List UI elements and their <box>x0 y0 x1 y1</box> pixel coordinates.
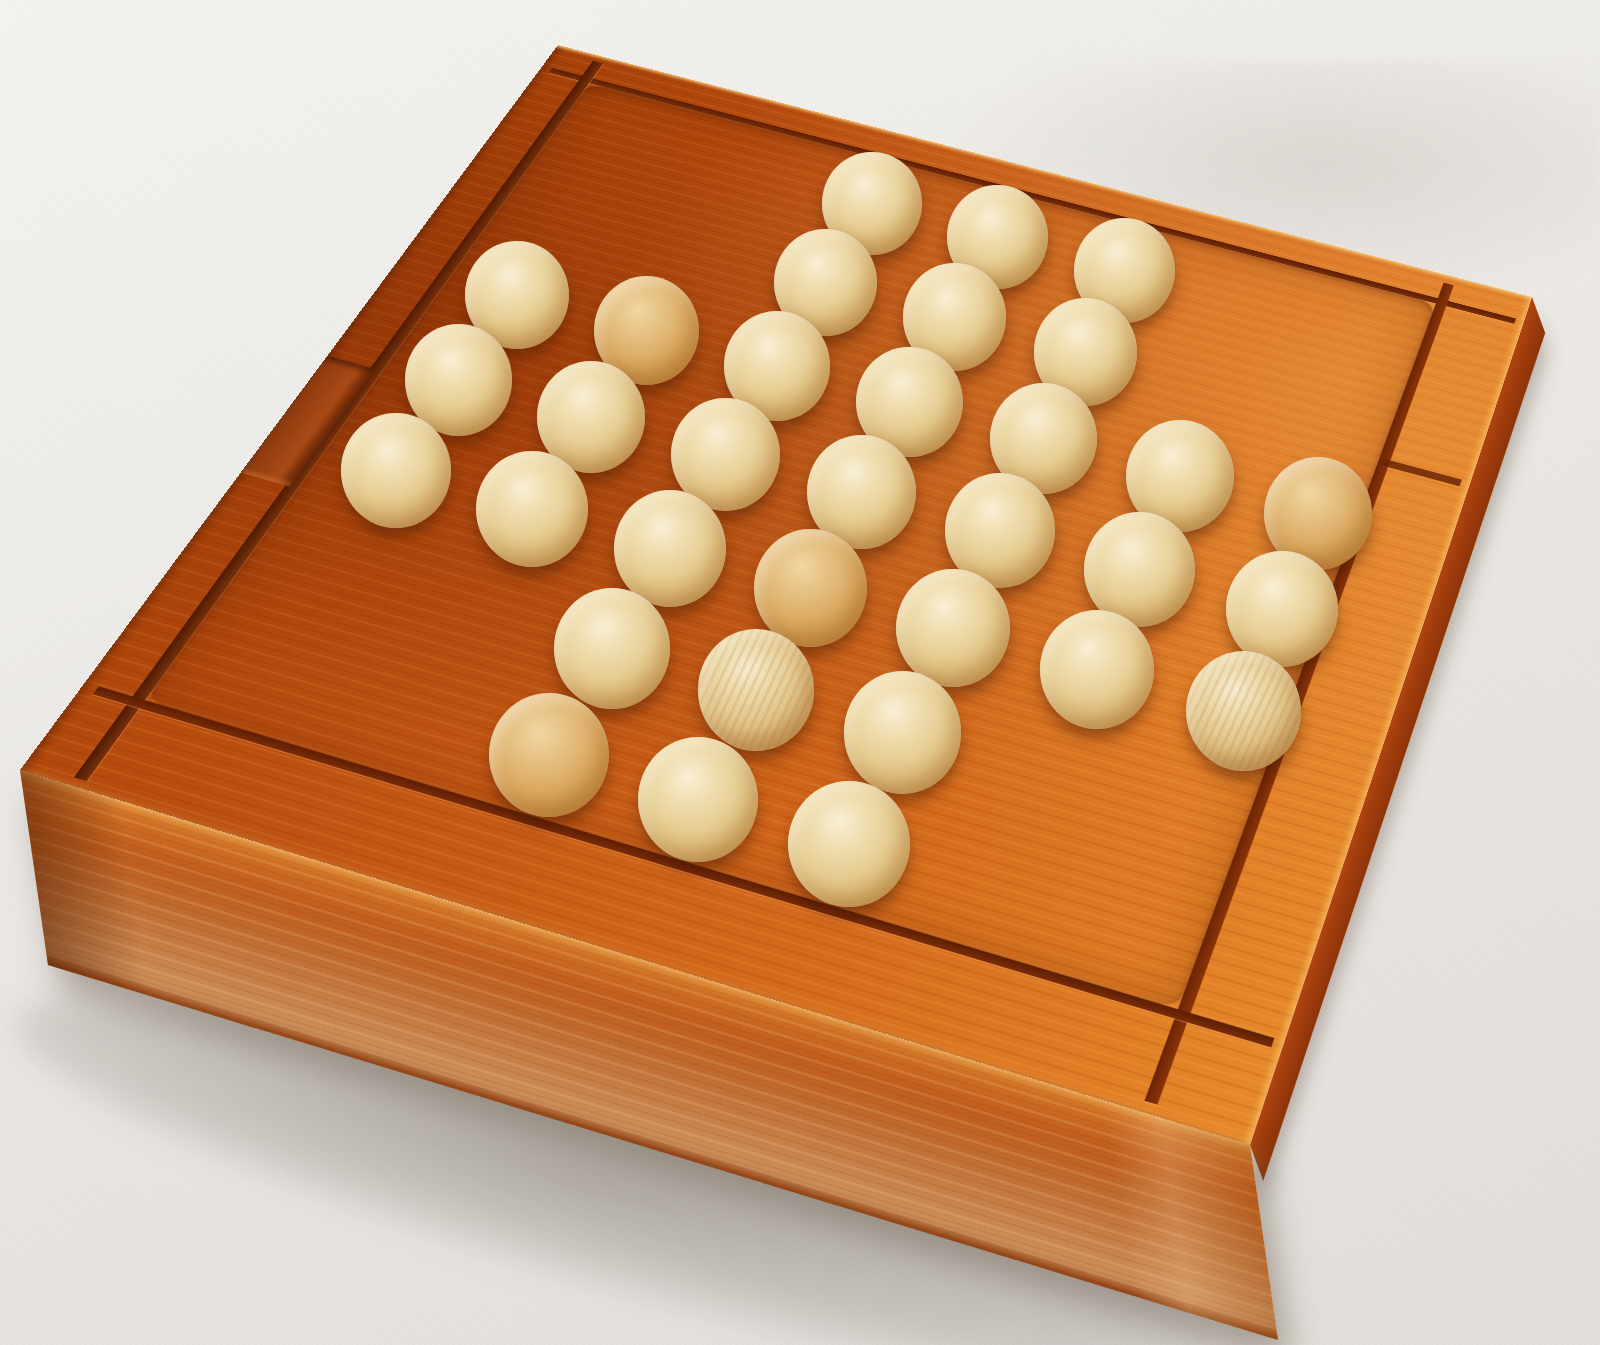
marble-r5c6[interactable] <box>1040 610 1155 729</box>
marble-r4c7[interactable] <box>1226 551 1338 667</box>
marble-r7c3[interactable] <box>489 693 609 817</box>
marble-r5c5[interactable] <box>896 569 1010 687</box>
marble-r5c3[interactable] <box>614 490 726 607</box>
marble-r7c5[interactable] <box>788 781 909 907</box>
scene <box>0 0 1600 1345</box>
marbles-layer <box>0 0 1600 1345</box>
marble-r5c4[interactable] <box>754 529 867 646</box>
marble-r7c4[interactable] <box>638 737 759 862</box>
marble-r5c2[interactable] <box>476 451 587 567</box>
marble-r6c5[interactable] <box>844 671 961 793</box>
marble-r6c4[interactable] <box>698 629 815 750</box>
marble-r5c1[interactable] <box>341 413 452 528</box>
marble-r6c3[interactable] <box>554 588 670 708</box>
marble-r5c7[interactable] <box>1186 651 1301 771</box>
